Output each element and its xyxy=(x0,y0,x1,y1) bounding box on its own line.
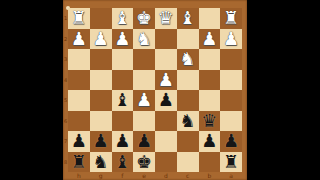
white-pawn-f2: ♟ xyxy=(112,29,134,49)
black-bishop-f8: ♝ xyxy=(112,152,134,172)
square-f2[interactable]: ♟ xyxy=(112,29,134,50)
black-pawn-a7: ♟ xyxy=(220,131,242,151)
file-label-g: g xyxy=(90,172,112,180)
white-pawn-a2: ♟ xyxy=(220,29,242,49)
square-a2[interactable]: ♟ xyxy=(220,29,242,50)
square-e2[interactable]: ♞ xyxy=(133,29,155,50)
square-b4[interactable] xyxy=(199,70,221,91)
square-b6[interactable]: ♛ xyxy=(199,111,221,132)
square-c2[interactable] xyxy=(177,29,199,50)
square-e7[interactable]: ♟ xyxy=(133,131,155,152)
square-g2[interactable]: ♟ xyxy=(90,29,112,50)
file-label-e: e xyxy=(133,172,155,180)
square-h3[interactable] xyxy=(68,49,90,70)
black-bishop-f5: ♝ xyxy=(112,90,134,110)
square-h8[interactable]: ♜ xyxy=(68,152,90,173)
white-rook-h1: ♜ xyxy=(68,8,90,28)
black-queen-b6: ♛ xyxy=(199,111,221,131)
white-pawn-d4: ♟ xyxy=(155,70,177,90)
screenshot-background: 12345678 hgfedcba ♜♝♚♛♝♜♟♟♟♞♟♟♞♟♝♟♟♞♛♟♟♟… xyxy=(0,0,320,180)
square-a4[interactable] xyxy=(220,70,242,91)
square-a6[interactable] xyxy=(220,111,242,132)
black-pawn-g7: ♟ xyxy=(90,131,112,151)
square-h4[interactable] xyxy=(68,70,90,91)
square-c7[interactable] xyxy=(177,131,199,152)
square-d7[interactable] xyxy=(155,131,177,152)
square-e6[interactable] xyxy=(133,111,155,132)
square-h2[interactable]: ♟ xyxy=(68,29,90,50)
black-knight-c6: ♞ xyxy=(177,111,199,131)
file-label-d: d xyxy=(155,172,177,180)
square-h1[interactable]: ♜ xyxy=(68,8,90,29)
file-label-b: b xyxy=(199,172,221,180)
square-c6[interactable]: ♞ xyxy=(177,111,199,132)
white-pawn-h2: ♟ xyxy=(68,29,90,49)
square-f4[interactable] xyxy=(112,70,134,91)
square-d6[interactable] xyxy=(155,111,177,132)
square-c4[interactable] xyxy=(177,70,199,91)
white-bishop-f1: ♝ xyxy=(112,8,134,28)
black-pawn-b7: ♟ xyxy=(199,131,221,151)
file-label-f: f xyxy=(112,172,134,180)
chess-board-frame: 12345678 hgfedcba ♜♝♚♛♝♜♟♟♟♞♟♟♞♟♝♟♟♞♛♟♟♟… xyxy=(63,0,247,180)
square-a7[interactable]: ♟ xyxy=(220,131,242,152)
square-d4[interactable]: ♟ xyxy=(155,70,177,91)
square-f5[interactable]: ♝ xyxy=(112,90,134,111)
black-king-e8: ♚ xyxy=(133,152,155,172)
square-c3[interactable]: ♞ xyxy=(177,49,199,70)
file-labels: hgfedcba xyxy=(68,172,242,180)
white-king-e1: ♚ xyxy=(133,8,155,28)
square-h7[interactable]: ♟ xyxy=(68,131,90,152)
white-pawn-e5: ♟ xyxy=(133,90,155,110)
square-a8[interactable]: ♜ xyxy=(220,152,242,173)
square-b2[interactable]: ♟ xyxy=(199,29,221,50)
square-c8[interactable] xyxy=(177,152,199,173)
file-label-h: h xyxy=(68,172,90,180)
square-f3[interactable] xyxy=(112,49,134,70)
square-d1[interactable]: ♛ xyxy=(155,8,177,29)
square-f1[interactable]: ♝ xyxy=(112,8,134,29)
square-b7[interactable]: ♟ xyxy=(199,131,221,152)
square-g8[interactable]: ♞ xyxy=(90,152,112,173)
square-a3[interactable] xyxy=(220,49,242,70)
square-h5[interactable] xyxy=(68,90,90,111)
white-knight-e2: ♞ xyxy=(133,29,155,49)
chess-board: ♜♝♚♛♝♜♟♟♟♞♟♟♞♟♝♟♟♞♛♟♟♟♟♟♟♜♞♝♚♜ xyxy=(68,8,242,172)
square-d3[interactable] xyxy=(155,49,177,70)
black-rook-a8: ♜ xyxy=(220,152,242,172)
square-f7[interactable]: ♟ xyxy=(112,131,134,152)
square-e1[interactable]: ♚ xyxy=(133,8,155,29)
file-label-a: a xyxy=(220,172,242,180)
square-b3[interactable] xyxy=(199,49,221,70)
black-pawn-e7: ♟ xyxy=(133,131,155,151)
square-b5[interactable] xyxy=(199,90,221,111)
white-pawn-b2: ♟ xyxy=(199,29,221,49)
square-f8[interactable]: ♝ xyxy=(112,152,134,173)
square-e8[interactable]: ♚ xyxy=(133,152,155,173)
square-d8[interactable] xyxy=(155,152,177,173)
white-queen-d1: ♛ xyxy=(155,8,177,28)
square-a1[interactable]: ♜ xyxy=(220,8,242,29)
square-c5[interactable] xyxy=(177,90,199,111)
black-pawn-h7: ♟ xyxy=(68,131,90,151)
black-knight-g8: ♞ xyxy=(90,152,112,172)
square-g1[interactable] xyxy=(90,8,112,29)
square-f6[interactable] xyxy=(112,111,134,132)
file-label-c: c xyxy=(177,172,199,180)
square-h6[interactable] xyxy=(68,111,90,132)
square-d5[interactable]: ♟ xyxy=(155,90,177,111)
white-rook-a1: ♜ xyxy=(220,8,242,28)
square-g3[interactable] xyxy=(90,49,112,70)
square-g6[interactable] xyxy=(90,111,112,132)
black-pawn-d5: ♟ xyxy=(155,90,177,110)
square-e4[interactable] xyxy=(133,70,155,91)
square-e5[interactable]: ♟ xyxy=(133,90,155,111)
square-g5[interactable] xyxy=(90,90,112,111)
square-a5[interactable] xyxy=(220,90,242,111)
square-d2[interactable] xyxy=(155,29,177,50)
square-e3[interactable] xyxy=(133,49,155,70)
white-pawn-g2: ♟ xyxy=(90,29,112,49)
square-b1[interactable] xyxy=(199,8,221,29)
square-b8[interactable] xyxy=(199,152,221,173)
white-bishop-c1: ♝ xyxy=(177,8,199,28)
square-c1[interactable]: ♝ xyxy=(177,8,199,29)
black-pawn-f7: ♟ xyxy=(112,131,134,151)
square-g4[interactable] xyxy=(90,70,112,91)
square-g7[interactable]: ♟ xyxy=(90,131,112,152)
white-knight-c3: ♞ xyxy=(177,49,199,69)
black-rook-h8: ♜ xyxy=(68,152,90,172)
